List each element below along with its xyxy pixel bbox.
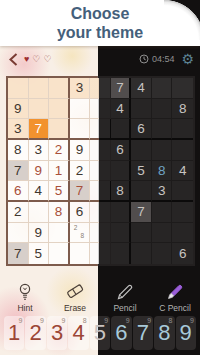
cell-value: 3 [76, 80, 84, 95]
key-remaining-count: 8 [169, 317, 173, 324]
status-right-group: 04:54 ⚙ [139, 50, 194, 68]
toolbar: Hint Erase Pencil C Pencil [0, 281, 200, 315]
cell-r1c7[interactable]: 4 [131, 78, 152, 99]
cell-r4c3[interactable]: 2 [49, 140, 70, 161]
heart-empty-icon: ♡ [43, 50, 51, 68]
cell-r5c2[interactable]: 9 [29, 161, 50, 182]
cell-r1c2[interactable] [29, 78, 50, 99]
cell-r2c3[interactable] [49, 99, 70, 120]
key-remaining-count: 9 [19, 317, 23, 324]
erase-label: Erase [64, 303, 86, 313]
cell-r3c2[interactable]: 7 [29, 119, 50, 140]
cell-r2c6[interactable]: 4 [111, 99, 132, 120]
cell-r1c5[interactable] [90, 78, 111, 99]
keypad-key-9[interactable]: 99 [176, 316, 196, 350]
cell-value: 8 [158, 163, 166, 178]
cell-r1c6[interactable]: 7 [111, 78, 132, 99]
cell-r1c1[interactable] [8, 78, 29, 99]
cell-value: 3 [14, 121, 22, 136]
cell-r2c1[interactable]: 9 [8, 99, 29, 120]
cell-r4c8[interactable] [152, 140, 173, 161]
cell-value: 7 [76, 183, 84, 198]
cell-r2c2[interactable] [29, 99, 50, 120]
cell-value: 6 [179, 246, 187, 261]
cell-value: 8 [116, 183, 124, 198]
key-remaining-count: 9 [40, 317, 44, 324]
cell-value: 5 [137, 163, 145, 178]
hint-button[interactable]: Hint [0, 281, 50, 315]
pencil-note: 8 [81, 233, 85, 240]
page-curl-corner [164, 0, 200, 40]
cell-r6c1[interactable]: 6 [8, 181, 29, 202]
cell-r7c1[interactable]: 2 [8, 202, 29, 223]
keypad-key-6[interactable]: 69 [111, 316, 131, 350]
cell-value: 8 [14, 142, 22, 157]
keypad-key-4[interactable]: 48 [68, 316, 88, 350]
color-pencil-button[interactable]: C Pencil [150, 281, 200, 315]
cell-r5c5[interactable] [90, 161, 111, 182]
cell-r9c6[interactable] [111, 243, 132, 264]
cell-r8c8[interactable] [152, 223, 173, 244]
cell-r8c5[interactable] [90, 223, 111, 244]
cell-r5c8[interactable]: 8 [152, 161, 173, 182]
cell-r8c7[interactable] [131, 223, 152, 244]
keypad-key-1[interactable]: 19 [4, 316, 24, 350]
back-button chevron-left-icon[interactable] [8, 52, 19, 67]
color-pencil-label: C Pencil [159, 303, 191, 313]
cell-r1c3[interactable] [49, 78, 70, 99]
cell-r4c4[interactable]: 9 [70, 140, 91, 161]
cell-r5c9[interactable]: 4 [172, 161, 193, 182]
cell-r7c5[interactable] [90, 202, 111, 223]
number-keypad: 192939485969798899 [4, 316, 196, 350]
cell-r7c2[interactable] [29, 202, 50, 223]
cell-value: 7 [116, 80, 124, 95]
cell-r5c6[interactable] [111, 161, 132, 182]
cell-r4c2[interactable]: 3 [29, 140, 50, 161]
cell-r7c8[interactable] [152, 202, 173, 223]
cell-r8c6[interactable] [111, 223, 132, 244]
cell-r5c4[interactable]: 2 [70, 161, 91, 182]
cell-r1c8[interactable] [152, 78, 173, 99]
cell-r8c3[interactable] [49, 223, 70, 244]
cell-r9c2[interactable]: 5 [29, 243, 50, 264]
cell-r2c5[interactable] [90, 99, 111, 120]
cell-r8c9[interactable] [172, 223, 193, 244]
cell-r3c9[interactable] [172, 119, 193, 140]
cell-value: 4 [179, 163, 187, 178]
cell-r8c2[interactable]: 9 [29, 223, 50, 244]
pencil-note: 2 [74, 225, 78, 232]
cell-value: 6 [137, 121, 145, 136]
pencil-icon [115, 282, 135, 301]
key-remaining-count: 9 [126, 317, 130, 324]
pencil-button[interactable]: Pencil [100, 281, 150, 315]
cell-r6c4[interactable]: 7 [70, 181, 91, 202]
cell-r1c9[interactable] [172, 78, 193, 99]
cell-value: 8 [55, 204, 63, 219]
cell-r7c9[interactable] [172, 202, 193, 223]
cell-r7c3[interactable]: 8 [49, 202, 70, 223]
cell-r2c7[interactable] [131, 99, 152, 120]
cell-value: 4 [137, 80, 145, 95]
timer: 04:54 [139, 54, 175, 64]
key-remaining-count: 9 [147, 317, 151, 324]
cell-value: 2 [55, 142, 63, 157]
cell-r3c5[interactable] [90, 119, 111, 140]
cell-r6c7[interactable] [131, 181, 152, 202]
cell-value: 1 [55, 163, 63, 178]
cell-value: 9 [35, 163, 43, 178]
status-bar: ♥ ♡ ♡ 04:54 ⚙ [0, 50, 200, 72]
cell-r6c3[interactable]: 5 [49, 181, 70, 202]
key-remaining-count: 9 [104, 317, 108, 324]
cell-r6c6[interactable]: 8 [111, 181, 132, 202]
cell-value: 6 [116, 142, 124, 157]
heart-empty-icon: ♡ [32, 50, 40, 68]
cell-r6c2[interactable]: 4 [29, 181, 50, 202]
cell-value: 9 [35, 225, 43, 240]
cell-r5c7[interactable]: 5 [131, 161, 152, 182]
lives-hearts: ♥ ♡ ♡ [24, 50, 52, 68]
pencil-label: Pencil [113, 303, 136, 313]
cell-r3c4[interactable] [70, 119, 91, 140]
color-pencil-icon [165, 282, 185, 301]
cell-r5c1[interactable]: 7 [8, 161, 29, 182]
cell-r4c1[interactable]: 8 [8, 140, 29, 161]
cell-value: 7 [35, 121, 43, 136]
cell-value: 5 [35, 246, 43, 261]
cell-r9c4[interactable] [70, 243, 91, 264]
cell-value: 5 [55, 183, 63, 198]
cell-value: 7 [14, 163, 22, 178]
cell-r3c6[interactable] [111, 119, 132, 140]
cell-r4c5[interactable] [90, 140, 111, 161]
heart-filled-icon: ♥ [24, 50, 29, 68]
cell-r4c9[interactable] [172, 140, 193, 161]
keypad-key-5[interactable]: 59 [90, 316, 110, 350]
keypad-key-8[interactable]: 88 [154, 316, 174, 350]
cell-r6c8[interactable]: 3 [152, 181, 173, 202]
cell-value: 9 [76, 142, 84, 157]
cell-r2c9[interactable]: 8 [172, 99, 193, 120]
cell-r9c1[interactable]: 7 [8, 243, 29, 264]
key-remaining-count: 9 [190, 317, 194, 324]
keypad-key-2[interactable]: 29 [25, 316, 45, 350]
keypad-key-3[interactable]: 39 [47, 316, 67, 350]
cell-r7c4[interactable]: 6 [70, 202, 91, 223]
sudoku-board: 3749483768329679125846457832867928756 [8, 78, 193, 264]
status-left-group: ♥ ♡ ♡ [8, 50, 52, 68]
key-remaining-count: 9 [61, 317, 65, 324]
cell-r9c8[interactable] [152, 243, 173, 264]
cell-r3c3[interactable] [49, 119, 70, 140]
cell-value: 8 [179, 101, 187, 116]
cell-r9c3[interactable] [49, 243, 70, 264]
key-remaining-count: 8 [83, 317, 87, 324]
erase-button[interactable]: Erase [50, 281, 100, 315]
cell-value: 9 [14, 101, 22, 116]
timer-value: 04:54 [152, 54, 175, 64]
cell-r9c5[interactable] [90, 243, 111, 264]
settings-button gear-icon[interactable]: ⚙ [181, 50, 194, 68]
eraser-icon [64, 282, 86, 301]
cell-r2c8[interactable] [152, 99, 173, 120]
clock-icon [139, 54, 149, 64]
cell-value: 3 [158, 183, 166, 198]
cell-r5c3[interactable]: 1 [49, 161, 70, 182]
cell-r8c1[interactable] [8, 223, 29, 244]
cell-r3c1[interactable]: 3 [8, 119, 29, 140]
lightbulb-icon [16, 282, 34, 301]
cell-value: 2 [14, 204, 22, 219]
cell-value: 6 [76, 204, 84, 219]
cell-value: 3 [35, 142, 43, 157]
cell-r7c6[interactable] [111, 202, 132, 223]
cell-r9c7[interactable] [131, 243, 152, 264]
cell-r1c4[interactable]: 3 [70, 78, 91, 99]
cell-value: 6 [14, 183, 22, 198]
hint-label: Hint [17, 303, 32, 313]
cell-value: 7 [137, 204, 145, 219]
cell-r4c7[interactable] [131, 140, 152, 161]
cell-r4c6[interactable]: 6 [111, 140, 132, 161]
cell-r6c5[interactable] [90, 181, 111, 202]
cell-r3c8[interactable] [152, 119, 173, 140]
cell-r2c4[interactable] [70, 99, 91, 120]
cell-r9c9[interactable]: 6 [172, 243, 193, 264]
cell-r6c9[interactable] [172, 181, 193, 202]
cell-value: 4 [116, 101, 124, 116]
sudoku-theme-chooser-screen: ♥ ♡ ♡ 04:54 ⚙ 37494837683296791258464578… [0, 0, 200, 355]
cell-r3c7[interactable]: 6 [131, 119, 152, 140]
cell-value: 2 [76, 163, 84, 178]
cell-value: 7 [14, 246, 22, 261]
cell-r7c7[interactable]: 7 [131, 202, 152, 223]
keypad-key-7[interactable]: 79 [133, 316, 153, 350]
cell-value: 4 [35, 183, 43, 198]
cell-r8c4[interactable]: 28 [70, 223, 91, 244]
